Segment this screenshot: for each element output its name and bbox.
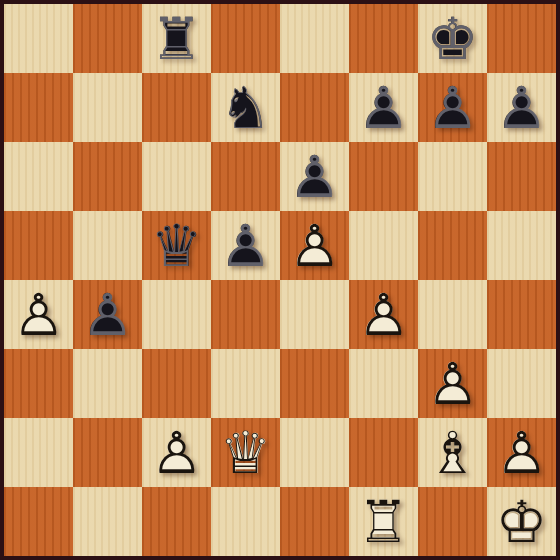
black-queen-outline: ♕ — [142, 211, 211, 280]
square-b7[interactable] — [73, 73, 142, 142]
piece-white-queen[interactable]: ♛♕ — [211, 418, 280, 487]
black-pawn-outline: ♙ — [349, 73, 418, 142]
square-h8[interactable] — [487, 4, 556, 73]
black-pawn-outline: ♙ — [73, 280, 142, 349]
white-pawn-outline: ♙ — [349, 280, 418, 349]
piece-black-pawn[interactable]: ♟♙ — [349, 73, 418, 142]
square-a3[interactable] — [4, 349, 73, 418]
square-c6[interactable] — [142, 142, 211, 211]
square-e4[interactable] — [280, 280, 349, 349]
piece-black-pawn[interactable]: ♟♙ — [73, 280, 142, 349]
square-d2[interactable]: ♛♕ — [211, 418, 280, 487]
piece-white-bishop[interactable]: ♝♗ — [418, 418, 487, 487]
square-a4[interactable]: ♟♙ — [4, 280, 73, 349]
square-a8[interactable] — [4, 4, 73, 73]
square-d5[interactable]: ♟♙ — [211, 211, 280, 280]
square-g2[interactable]: ♝♗ — [418, 418, 487, 487]
piece-black-pawn[interactable]: ♟♙ — [211, 211, 280, 280]
square-c4[interactable] — [142, 280, 211, 349]
square-f3[interactable] — [349, 349, 418, 418]
square-d7[interactable]: ♞♘ — [211, 73, 280, 142]
square-b3[interactable] — [73, 349, 142, 418]
square-b6[interactable] — [73, 142, 142, 211]
board-frame: ♜♖♚♔♞♘♟♙♟♙♟♙♟♙♛♕♟♙♟♙♟♙♟♙♟♙♟♙♟♙♛♕♝♗♟♙♜♖♚♔ — [0, 0, 560, 560]
white-pawn-outline: ♙ — [418, 349, 487, 418]
square-a6[interactable] — [4, 142, 73, 211]
square-f8[interactable] — [349, 4, 418, 73]
piece-white-king[interactable]: ♚♔ — [487, 487, 556, 556]
square-g1[interactable] — [418, 487, 487, 556]
white-pawn-outline: ♙ — [4, 280, 73, 349]
piece-white-pawn[interactable]: ♟♙ — [4, 280, 73, 349]
black-pawn-outline: ♙ — [487, 73, 556, 142]
square-g7[interactable]: ♟♙ — [418, 73, 487, 142]
piece-black-knight[interactable]: ♞♘ — [211, 73, 280, 142]
square-h6[interactable] — [487, 142, 556, 211]
white-pawn-outline: ♙ — [487, 418, 556, 487]
square-e8[interactable] — [280, 4, 349, 73]
square-f1[interactable]: ♜♖ — [349, 487, 418, 556]
square-a7[interactable] — [4, 73, 73, 142]
square-e7[interactable] — [280, 73, 349, 142]
square-e6[interactable]: ♟♙ — [280, 142, 349, 211]
square-h5[interactable] — [487, 211, 556, 280]
square-d6[interactable] — [211, 142, 280, 211]
square-a1[interactable] — [4, 487, 73, 556]
black-pawn-outline: ♙ — [211, 211, 280, 280]
square-f4[interactable]: ♟♙ — [349, 280, 418, 349]
white-rook-outline: ♖ — [349, 487, 418, 556]
square-c1[interactable] — [142, 487, 211, 556]
square-b5[interactable] — [73, 211, 142, 280]
piece-white-pawn[interactable]: ♟♙ — [418, 349, 487, 418]
piece-white-pawn[interactable]: ♟♙ — [349, 280, 418, 349]
piece-black-king[interactable]: ♚♔ — [418, 4, 487, 73]
square-d3[interactable] — [211, 349, 280, 418]
square-b1[interactable] — [73, 487, 142, 556]
piece-white-pawn[interactable]: ♟♙ — [142, 418, 211, 487]
square-c5[interactable]: ♛♕ — [142, 211, 211, 280]
square-e1[interactable] — [280, 487, 349, 556]
square-g4[interactable] — [418, 280, 487, 349]
square-c7[interactable] — [142, 73, 211, 142]
square-g6[interactable] — [418, 142, 487, 211]
square-e2[interactable] — [280, 418, 349, 487]
chess-board: ♜♖♚♔♞♘♟♙♟♙♟♙♟♙♛♕♟♙♟♙♟♙♟♙♟♙♟♙♟♙♛♕♝♗♟♙♜♖♚♔ — [4, 4, 556, 556]
white-bishop-outline: ♗ — [418, 418, 487, 487]
square-h1[interactable]: ♚♔ — [487, 487, 556, 556]
piece-black-pawn[interactable]: ♟♙ — [487, 73, 556, 142]
square-e3[interactable] — [280, 349, 349, 418]
square-d1[interactable] — [211, 487, 280, 556]
square-a5[interactable] — [4, 211, 73, 280]
square-c2[interactable]: ♟♙ — [142, 418, 211, 487]
square-f5[interactable] — [349, 211, 418, 280]
black-pawn-outline: ♙ — [280, 142, 349, 211]
piece-white-pawn[interactable]: ♟♙ — [280, 211, 349, 280]
square-h4[interactable] — [487, 280, 556, 349]
white-pawn-outline: ♙ — [280, 211, 349, 280]
square-b2[interactable] — [73, 418, 142, 487]
square-d8[interactable] — [211, 4, 280, 73]
white-queen-outline: ♕ — [211, 418, 280, 487]
square-h7[interactable]: ♟♙ — [487, 73, 556, 142]
square-h2[interactable]: ♟♙ — [487, 418, 556, 487]
square-g8[interactable]: ♚♔ — [418, 4, 487, 73]
piece-black-pawn[interactable]: ♟♙ — [418, 73, 487, 142]
square-c8[interactable]: ♜♖ — [142, 4, 211, 73]
square-g3[interactable]: ♟♙ — [418, 349, 487, 418]
piece-black-rook[interactable]: ♜♖ — [142, 4, 211, 73]
white-pawn-outline: ♙ — [142, 418, 211, 487]
black-pawn-outline: ♙ — [418, 73, 487, 142]
square-e5[interactable]: ♟♙ — [280, 211, 349, 280]
piece-black-queen[interactable]: ♛♕ — [142, 211, 211, 280]
piece-white-pawn[interactable]: ♟♙ — [487, 418, 556, 487]
black-rook-outline: ♖ — [142, 4, 211, 73]
square-h3[interactable] — [487, 349, 556, 418]
black-king-outline: ♔ — [418, 4, 487, 73]
square-f7[interactable]: ♟♙ — [349, 73, 418, 142]
square-b8[interactable] — [73, 4, 142, 73]
square-c3[interactable] — [142, 349, 211, 418]
square-d4[interactable] — [211, 280, 280, 349]
white-king-outline: ♔ — [487, 487, 556, 556]
square-f2[interactable] — [349, 418, 418, 487]
square-g5[interactable] — [418, 211, 487, 280]
square-a2[interactable] — [4, 418, 73, 487]
black-knight-outline: ♘ — [211, 73, 280, 142]
piece-white-rook[interactable]: ♜♖ — [349, 487, 418, 556]
square-f6[interactable] — [349, 142, 418, 211]
square-b4[interactable]: ♟♙ — [73, 280, 142, 349]
piece-black-pawn[interactable]: ♟♙ — [280, 142, 349, 211]
